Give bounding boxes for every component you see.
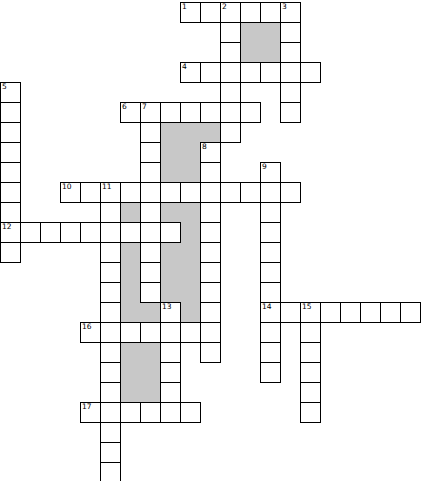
crossword-cell[interactable] <box>340 302 361 323</box>
crossword-cell[interactable] <box>260 242 281 263</box>
crossword-cell[interactable] <box>200 162 221 183</box>
crossword-cell[interactable] <box>180 402 201 423</box>
crossword-cell[interactable] <box>140 202 161 223</box>
crossword-cell[interactable] <box>200 242 221 263</box>
crossword-cell[interactable] <box>260 322 281 343</box>
shaded-block-cell <box>120 282 141 303</box>
crossword-cell[interactable] <box>140 222 161 243</box>
crossword-cell[interactable] <box>260 2 281 23</box>
crossword-cell[interactable] <box>140 182 161 203</box>
crossword-cell[interactable] <box>0 122 21 143</box>
crossword-cell[interactable] <box>280 102 301 123</box>
crossword-board: 1234567891011121314151617 <box>0 0 421 481</box>
crossword-cell[interactable] <box>100 282 121 303</box>
crossword-cell[interactable] <box>100 402 121 423</box>
crossword-cell[interactable] <box>160 342 181 363</box>
crossword-cell[interactable] <box>220 22 241 43</box>
crossword-cell[interactable] <box>100 422 121 443</box>
crossword-cell[interactable] <box>140 242 161 263</box>
crossword-cell[interactable] <box>280 302 301 323</box>
crossword-cell[interactable] <box>200 302 221 323</box>
crossword-cell[interactable] <box>160 362 181 383</box>
crossword-cell[interactable] <box>200 222 221 243</box>
crossword-cell[interactable] <box>100 342 121 363</box>
crossword-cell[interactable] <box>160 102 181 123</box>
crossword-cell[interactable] <box>260 342 281 363</box>
clue-number-9: 9 <box>262 163 267 171</box>
crossword-cell[interactable] <box>300 342 321 363</box>
shaded-block-cell <box>240 42 261 63</box>
crossword-cell[interactable] <box>220 102 241 123</box>
crossword-cell[interactable] <box>260 62 281 83</box>
crossword-cell[interactable] <box>240 62 261 83</box>
crossword-cell[interactable] <box>100 442 121 463</box>
shaded-block-cell <box>140 342 161 363</box>
crossword-cell[interactable] <box>160 182 181 203</box>
crossword-cell[interactable] <box>100 302 121 323</box>
clue-number-7: 7 <box>142 103 147 111</box>
clue-number-5: 5 <box>2 83 7 91</box>
clue-number-4: 4 <box>182 63 187 71</box>
shaded-block-cell <box>180 162 201 183</box>
shaded-block-cell <box>200 122 221 143</box>
crossword-cell[interactable] <box>300 362 321 383</box>
shaded-block-cell <box>120 262 141 283</box>
crossword-cell[interactable] <box>200 62 221 83</box>
clue-number-14: 14 <box>262 303 272 311</box>
shaded-block-cell <box>160 282 181 303</box>
crossword-cell[interactable] <box>200 322 221 343</box>
crossword-cell[interactable] <box>280 182 301 203</box>
crossword-cell[interactable] <box>140 322 161 343</box>
crossword-cell[interactable] <box>200 262 221 283</box>
crossword-cell[interactable] <box>180 182 201 203</box>
shaded-block-cell <box>260 22 281 43</box>
shaded-block-cell <box>180 202 201 223</box>
crossword-cell[interactable] <box>160 222 181 243</box>
crossword-cell[interactable] <box>100 222 121 243</box>
crossword-cell[interactable] <box>100 462 121 481</box>
crossword-cell[interactable] <box>280 42 301 63</box>
clue-number-2: 2 <box>222 3 227 11</box>
shaded-block-cell <box>160 122 181 143</box>
crossword-cell[interactable] <box>260 262 281 283</box>
shaded-block-cell <box>120 342 141 363</box>
crossword-cell[interactable] <box>180 322 201 343</box>
crossword-cell[interactable] <box>140 282 161 303</box>
crossword-cell[interactable] <box>0 202 21 223</box>
crossword-cell[interactable] <box>160 382 181 403</box>
shaded-block-cell <box>140 302 161 323</box>
crossword-cell[interactable] <box>80 182 101 203</box>
crossword-cell[interactable] <box>220 42 241 63</box>
crossword-cell[interactable] <box>100 262 121 283</box>
crossword-cell[interactable] <box>160 402 181 423</box>
crossword-cell[interactable] <box>400 302 421 323</box>
crossword-cell[interactable] <box>100 362 121 383</box>
shaded-block-cell <box>180 282 201 303</box>
clue-number-15: 15 <box>302 303 312 311</box>
crossword-cell[interactable] <box>260 362 281 383</box>
crossword-cell[interactable] <box>20 222 41 243</box>
crossword-cell[interactable] <box>100 202 121 223</box>
clue-number-3: 3 <box>282 3 287 11</box>
crossword-cell[interactable] <box>140 142 161 163</box>
clue-number-16: 16 <box>82 323 92 331</box>
crossword-cell[interactable] <box>120 402 141 423</box>
crossword-cell[interactable] <box>100 242 121 263</box>
crossword-cell[interactable] <box>0 142 21 163</box>
clue-number-11: 11 <box>102 183 112 191</box>
crossword-cell[interactable] <box>220 62 241 83</box>
shaded-block-cell <box>160 262 181 283</box>
shaded-block-cell <box>120 202 141 223</box>
crossword-cell[interactable] <box>0 162 21 183</box>
clue-number-12: 12 <box>2 223 12 231</box>
shaded-block-cell <box>160 202 181 223</box>
shaded-block-cell <box>180 262 201 283</box>
crossword-cell[interactable] <box>40 222 61 243</box>
crossword-cell[interactable] <box>200 282 221 303</box>
crossword-cell[interactable] <box>100 382 121 403</box>
shaded-block-cell <box>160 242 181 263</box>
shaded-block-cell <box>240 22 261 43</box>
crossword-cell[interactable] <box>240 182 261 203</box>
crossword-cell[interactable] <box>220 82 241 103</box>
crossword-cell[interactable] <box>120 182 141 203</box>
shaded-block-cell <box>180 142 201 163</box>
crossword-cell[interactable] <box>180 102 201 123</box>
crossword-cell[interactable] <box>220 122 241 143</box>
crossword-cell[interactable] <box>100 322 121 343</box>
crossword-cell[interactable] <box>300 382 321 403</box>
crossword-cell[interactable] <box>140 122 161 143</box>
crossword-cell[interactable] <box>280 82 301 103</box>
crossword-cell[interactable] <box>300 402 321 423</box>
crossword-cell[interactable] <box>80 222 101 243</box>
crossword-cell[interactable] <box>0 102 21 123</box>
crossword-cell[interactable] <box>320 302 341 323</box>
clue-number-1: 1 <box>182 3 187 11</box>
crossword-cell[interactable] <box>380 302 401 323</box>
crossword-cell[interactable] <box>140 162 161 183</box>
shaded-block-cell <box>180 242 201 263</box>
crossword-cell[interactable] <box>260 222 281 243</box>
clue-number-17: 17 <box>82 403 92 411</box>
shaded-block-cell <box>140 362 161 383</box>
shaded-block-cell <box>120 382 141 403</box>
crossword-cell[interactable] <box>280 62 301 83</box>
crossword-cell[interactable] <box>160 322 181 343</box>
shaded-block-cell <box>120 362 141 383</box>
crossword-cell[interactable] <box>60 222 81 243</box>
crossword-cell[interactable] <box>280 22 301 43</box>
clue-number-13: 13 <box>162 303 172 311</box>
shaded-block-cell <box>160 162 181 183</box>
shaded-block-cell <box>160 142 181 163</box>
crossword-cell[interactable] <box>300 62 321 83</box>
crossword-cell[interactable] <box>300 322 321 343</box>
shaded-block-cell <box>180 302 201 323</box>
crossword-cell[interactable] <box>0 242 21 263</box>
crossword-cell[interactable] <box>260 202 281 223</box>
crossword-cell[interactable] <box>200 2 221 23</box>
crossword-cell[interactable] <box>200 342 221 363</box>
crossword-cell[interactable] <box>240 102 261 123</box>
clue-number-6: 6 <box>122 103 127 111</box>
crossword-cell[interactable] <box>0 182 21 203</box>
shaded-block-cell <box>120 242 141 263</box>
crossword-cell[interactable] <box>360 302 381 323</box>
shaded-block-cell <box>180 222 201 243</box>
crossword-cell[interactable] <box>120 222 141 243</box>
crossword-cell[interactable] <box>260 182 281 203</box>
crossword-cell[interactable] <box>240 2 261 23</box>
clue-number-8: 8 <box>202 143 207 151</box>
crossword-cell[interactable] <box>260 282 281 303</box>
crossword-cell[interactable] <box>120 322 141 343</box>
shaded-block-cell <box>260 42 281 63</box>
shaded-block-cell <box>180 122 201 143</box>
shaded-block-cell <box>140 382 161 403</box>
crossword-cell[interactable] <box>220 182 241 203</box>
crossword-cell[interactable] <box>140 402 161 423</box>
clue-number-10: 10 <box>62 183 72 191</box>
crossword-cell[interactable] <box>200 182 221 203</box>
shaded-block-cell <box>120 302 141 323</box>
crossword-cell[interactable] <box>140 262 161 283</box>
crossword-cell[interactable] <box>200 202 221 223</box>
crossword-cell[interactable] <box>200 102 221 123</box>
